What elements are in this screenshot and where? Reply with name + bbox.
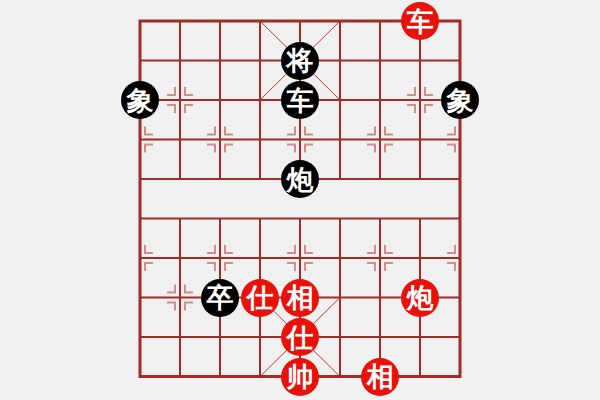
red-elephant-front[interactable]: 相 <box>281 279 319 317</box>
red-advisor-front[interactable]: 仕 <box>241 279 279 317</box>
red-general[interactable]: 帅 <box>281 358 319 396</box>
red-chariot[interactable]: 车 <box>401 2 439 40</box>
black-cannon[interactable]: 炮 <box>281 160 319 198</box>
black-elephant-right[interactable]: 象 <box>441 81 479 119</box>
black-general[interactable]: 将 <box>281 42 319 80</box>
red-advisor-back[interactable]: 仕 <box>281 318 319 356</box>
pieces-layer: 象将车象炮卒车仕相炮仕帅相 <box>0 0 600 400</box>
black-elephant-left[interactable]: 象 <box>121 81 159 119</box>
black-chariot[interactable]: 车 <box>281 81 319 119</box>
black-soldier[interactable]: 卒 <box>201 279 239 317</box>
red-elephant-back[interactable]: 相 <box>361 358 399 396</box>
xiangqi-board: 象将车象炮卒车仕相炮仕帅相 <box>0 0 600 400</box>
red-cannon[interactable]: 炮 <box>401 279 439 317</box>
